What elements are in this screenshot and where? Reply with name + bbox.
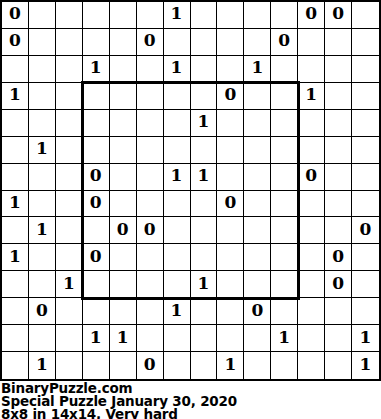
cell-r3-c12[interactable] xyxy=(325,83,352,110)
cell-r3-c5[interactable] xyxy=(137,83,164,110)
cell-r13-c0[interactable] xyxy=(2,352,29,379)
cell-r0-c13[interactable] xyxy=(352,2,379,29)
cell-r1-c0-given: 0 xyxy=(2,29,29,56)
cell-r5-c8[interactable] xyxy=(217,137,244,164)
cell-r8-c1-given: 1 xyxy=(29,217,56,244)
cell-r8-c4-given: 0 xyxy=(110,217,137,244)
cell-r2-c4[interactable] xyxy=(110,56,137,83)
cell-r3-c2[interactable] xyxy=(56,83,83,110)
cell-r7-c10[interactable] xyxy=(271,191,298,218)
cell-r1-c10-given: 0 xyxy=(271,29,298,56)
cell-r3-c13[interactable] xyxy=(352,83,379,110)
cell-r0-c3[interactable] xyxy=(83,2,110,29)
cell-r2-c11[interactable] xyxy=(298,56,325,83)
cell-r1-c12[interactable] xyxy=(325,29,352,56)
cell-r10-c6[interactable] xyxy=(164,271,191,298)
cell-r4-c0[interactable] xyxy=(2,110,29,137)
cell-r1-c6[interactable] xyxy=(164,29,191,56)
cell-r3-c3[interactable] xyxy=(83,83,110,110)
puzzle-meta: 8x8 in 14x14, Very hard xyxy=(1,408,381,419)
cell-r9-c1[interactable] xyxy=(29,244,56,271)
cell-r12-c7[interactable] xyxy=(191,325,218,352)
cell-r0-c5[interactable] xyxy=(137,2,164,29)
cell-r9-c7[interactable] xyxy=(191,244,218,271)
cell-r12-c10-given: 1 xyxy=(271,325,298,352)
cell-r4-c9[interactable] xyxy=(244,110,271,137)
cell-r12-c1[interactable] xyxy=(29,325,56,352)
cell-r8-c6[interactable] xyxy=(164,217,191,244)
cell-r7-c4[interactable] xyxy=(110,191,137,218)
cell-r9-c13[interactable] xyxy=(352,244,379,271)
cell-r9-c0-given: 1 xyxy=(2,244,29,271)
cell-r7-c13[interactable] xyxy=(352,191,379,218)
cell-r8-c10[interactable] xyxy=(271,217,298,244)
cell-r11-c11[interactable] xyxy=(298,298,325,325)
cell-r0-c9[interactable] xyxy=(244,2,271,29)
cell-r5-c3[interactable] xyxy=(83,137,110,164)
cell-r8-c13-given: 0 xyxy=(352,217,379,244)
cell-r8-c2[interactable] xyxy=(56,217,83,244)
cell-r2-c7[interactable] xyxy=(191,56,218,83)
cell-r5-c2[interactable] xyxy=(56,137,83,164)
cell-r5-c10[interactable] xyxy=(271,137,298,164)
cell-r1-c5-given: 0 xyxy=(137,29,164,56)
cell-r8-c11[interactable] xyxy=(298,217,325,244)
cell-r13-c13-given: 1 xyxy=(352,352,379,379)
cell-r4-c2[interactable] xyxy=(56,110,83,137)
cell-r7-c0-given: 1 xyxy=(2,191,29,218)
cell-r1-c11[interactable] xyxy=(298,29,325,56)
cell-r0-c2[interactable] xyxy=(56,2,83,29)
cell-r5-c13[interactable] xyxy=(352,137,379,164)
cell-r1-c9[interactable] xyxy=(244,29,271,56)
cell-r0-c6-given: 1 xyxy=(164,2,191,29)
cell-r6-c8[interactable] xyxy=(217,164,244,191)
cell-r13-c10[interactable] xyxy=(271,352,298,379)
cell-r2-c6-given: 1 xyxy=(164,56,191,83)
cell-r9-c5[interactable] xyxy=(137,244,164,271)
cell-r7-c12[interactable] xyxy=(325,191,352,218)
cell-r3-c11-given: 1 xyxy=(298,83,325,110)
cell-r10-c1[interactable] xyxy=(29,271,56,298)
cell-r6-c13[interactable] xyxy=(352,164,379,191)
cell-r4-c1[interactable] xyxy=(29,110,56,137)
cell-r4-c11[interactable] xyxy=(298,110,325,137)
cell-r9-c4[interactable] xyxy=(110,244,137,271)
cell-r10-c5[interactable] xyxy=(137,271,164,298)
cell-r8-c12[interactable] xyxy=(325,217,352,244)
cell-r0-c10[interactable] xyxy=(271,2,298,29)
cell-r6-c4[interactable] xyxy=(110,164,137,191)
cell-r4-c12[interactable] xyxy=(325,110,352,137)
cell-r11-c8[interactable] xyxy=(217,298,244,325)
cell-r9-c11[interactable] xyxy=(298,244,325,271)
cell-r7-c6[interactable] xyxy=(164,191,191,218)
cell-r5-c6[interactable] xyxy=(164,137,191,164)
cell-r6-c2[interactable] xyxy=(56,164,83,191)
cell-r10-c9[interactable] xyxy=(244,271,271,298)
cell-r0-c12-given: 0 xyxy=(325,2,352,29)
cell-r6-c1[interactable] xyxy=(29,164,56,191)
cell-r12-c2[interactable] xyxy=(56,325,83,352)
cell-r0-c8[interactable] xyxy=(217,2,244,29)
cell-r8-c7[interactable] xyxy=(191,217,218,244)
puzzle-caption: BinaryPuzzle.com Special Puzzle January … xyxy=(0,382,381,419)
cell-r13-c1-given: 1 xyxy=(29,352,56,379)
cell-r5-c4[interactable] xyxy=(110,137,137,164)
puzzle-board: 0100000111101110110100100010011001011111… xyxy=(0,0,381,381)
cell-r12-c3-given: 1 xyxy=(83,325,110,352)
cell-r2-c10[interactable] xyxy=(271,56,298,83)
cell-r4-c5[interactable] xyxy=(137,110,164,137)
cell-r1-c8[interactable] xyxy=(217,29,244,56)
cell-r5-c7[interactable] xyxy=(191,137,218,164)
cell-r3-c8-given: 0 xyxy=(217,83,244,110)
cell-r5-c5[interactable] xyxy=(137,137,164,164)
cell-r6-c7-given: 1 xyxy=(191,164,218,191)
cell-r12-c12[interactable] xyxy=(325,325,352,352)
cell-r11-c5[interactable] xyxy=(137,298,164,325)
cell-r0-c4[interactable] xyxy=(110,2,137,29)
cell-r0-c11-given: 0 xyxy=(298,2,325,29)
cell-r11-c1-given: 0 xyxy=(29,298,56,325)
cell-r12-c5[interactable] xyxy=(137,325,164,352)
cell-r6-c10[interactable] xyxy=(271,164,298,191)
cell-r8-c9[interactable] xyxy=(244,217,271,244)
cell-r9-c9[interactable] xyxy=(244,244,271,271)
cell-r0-c1[interactable] xyxy=(29,2,56,29)
cell-r2-c0[interactable] xyxy=(2,56,29,83)
cell-r1-c1[interactable] xyxy=(29,29,56,56)
cell-r10-c11[interactable] xyxy=(298,271,325,298)
cell-r4-c4[interactable] xyxy=(110,110,137,137)
cell-r9-c8[interactable] xyxy=(217,244,244,271)
cell-r13-c3[interactable] xyxy=(83,352,110,379)
cell-r12-c11[interactable] xyxy=(298,325,325,352)
cell-r12-c9[interactable] xyxy=(244,325,271,352)
cell-r13-c9[interactable] xyxy=(244,352,271,379)
cell-r10-c4[interactable] xyxy=(110,271,137,298)
cell-r10-c0[interactable] xyxy=(2,271,29,298)
cell-r5-c1-given: 1 xyxy=(29,137,56,164)
cell-r4-c13[interactable] xyxy=(352,110,379,137)
cell-r10-c12-given: 0 xyxy=(325,271,352,298)
cell-r2-c9-given: 1 xyxy=(244,56,271,83)
cell-r9-c12-given: 0 xyxy=(325,244,352,271)
cell-r12-c0[interactable] xyxy=(2,325,29,352)
cell-r3-c4[interactable] xyxy=(110,83,137,110)
cell-r3-c6[interactable] xyxy=(164,83,191,110)
cell-r4-c3[interactable] xyxy=(83,110,110,137)
cell-r9-c10[interactable] xyxy=(271,244,298,271)
cell-r1-c2[interactable] xyxy=(56,29,83,56)
cell-r13-c2[interactable] xyxy=(56,352,83,379)
cell-r10-c7-given: 1 xyxy=(191,271,218,298)
cell-r6-c11-given: 0 xyxy=(298,164,325,191)
cell-r6-c0[interactable] xyxy=(2,164,29,191)
cell-r12-c4-given: 1 xyxy=(110,325,137,352)
cell-r3-c0-given: 1 xyxy=(2,83,29,110)
cell-r1-c3[interactable] xyxy=(83,29,110,56)
cell-r9-c6[interactable] xyxy=(164,244,191,271)
cell-r3-c10[interactable] xyxy=(271,83,298,110)
cell-r0-c7[interactable] xyxy=(191,2,218,29)
cell-r2-c8[interactable] xyxy=(217,56,244,83)
cell-r4-c7-given: 1 xyxy=(191,110,218,137)
cell-r4-c8[interactable] xyxy=(217,110,244,137)
cell-r5-c9[interactable] xyxy=(244,137,271,164)
cell-r4-c6[interactable] xyxy=(164,110,191,137)
cell-r11-c12[interactable] xyxy=(325,298,352,325)
cell-r13-c6[interactable] xyxy=(164,352,191,379)
cell-r6-c12[interactable] xyxy=(325,164,352,191)
cell-r11-c9-given: 0 xyxy=(244,298,271,325)
cell-r12-c6[interactable] xyxy=(164,325,191,352)
cell-r10-c2-given: 1 xyxy=(56,271,83,298)
cell-r7-c8-given: 0 xyxy=(217,191,244,218)
binary-puzzle: 0100000111101110110100100010011001011111… xyxy=(0,0,381,419)
cell-r11-c4[interactable] xyxy=(110,298,137,325)
cell-r8-c8[interactable] xyxy=(217,217,244,244)
cell-r11-c0[interactable] xyxy=(2,298,29,325)
cell-r7-c5[interactable] xyxy=(137,191,164,218)
cell-r1-c7[interactable] xyxy=(191,29,218,56)
cell-r7-c1[interactable] xyxy=(29,191,56,218)
cell-r13-c4[interactable] xyxy=(110,352,137,379)
cell-r2-c12[interactable] xyxy=(325,56,352,83)
cell-r2-c1[interactable] xyxy=(29,56,56,83)
cell-r5-c0[interactable] xyxy=(2,137,29,164)
cell-r7-c2[interactable] xyxy=(56,191,83,218)
cell-r3-c1[interactable] xyxy=(29,83,56,110)
cell-r7-c3-given: 0 xyxy=(83,191,110,218)
cell-r5-c11[interactable] xyxy=(298,137,325,164)
cell-r4-c10[interactable] xyxy=(271,110,298,137)
cell-r13-c5-given: 0 xyxy=(137,352,164,379)
cell-r11-c6-given: 1 xyxy=(164,298,191,325)
cell-r13-c12[interactable] xyxy=(325,352,352,379)
cell-r13-c7[interactable] xyxy=(191,352,218,379)
cell-r9-c3-given: 0 xyxy=(83,244,110,271)
cell-r8-c3[interactable] xyxy=(83,217,110,244)
cell-r5-c12[interactable] xyxy=(325,137,352,164)
cell-r7-c9[interactable] xyxy=(244,191,271,218)
cell-r12-c8[interactable] xyxy=(217,325,244,352)
cell-r2-c3-given: 1 xyxy=(83,56,110,83)
cell-r11-c7[interactable] xyxy=(191,298,218,325)
cell-r2-c5[interactable] xyxy=(137,56,164,83)
cell-r6-c6-given: 1 xyxy=(164,164,191,191)
cell-r8-c5-given: 0 xyxy=(137,217,164,244)
cell-r0-c0-given: 0 xyxy=(2,2,29,29)
cell-r13-c8-given: 1 xyxy=(217,352,244,379)
cell-r11-c10[interactable] xyxy=(271,298,298,325)
cell-r3-c7[interactable] xyxy=(191,83,218,110)
cell-r2-c13[interactable] xyxy=(352,56,379,83)
cell-r1-c4[interactable] xyxy=(110,29,137,56)
cell-r7-c11[interactable] xyxy=(298,191,325,218)
cell-r10-c8[interactable] xyxy=(217,271,244,298)
cell-r11-c3[interactable] xyxy=(83,298,110,325)
cell-r7-c7[interactable] xyxy=(191,191,218,218)
cell-r10-c3[interactable] xyxy=(83,271,110,298)
cell-r6-c3-given: 0 xyxy=(83,164,110,191)
cell-r3-c9[interactable] xyxy=(244,83,271,110)
cell-r10-c13[interactable] xyxy=(352,271,379,298)
cell-r2-c2[interactable] xyxy=(56,56,83,83)
cell-r12-c13-given: 1 xyxy=(352,325,379,352)
cell-r13-c11[interactable] xyxy=(298,352,325,379)
cell-r11-c13[interactable] xyxy=(352,298,379,325)
cell-r10-c10[interactable] xyxy=(271,271,298,298)
cell-r1-c13[interactable] xyxy=(352,29,379,56)
cell-r8-c0[interactable] xyxy=(2,217,29,244)
cell-r6-c9[interactable] xyxy=(244,164,271,191)
cell-r6-c5[interactable] xyxy=(137,164,164,191)
cell-r11-c2[interactable] xyxy=(56,298,83,325)
cell-r9-c2[interactable] xyxy=(56,244,83,271)
